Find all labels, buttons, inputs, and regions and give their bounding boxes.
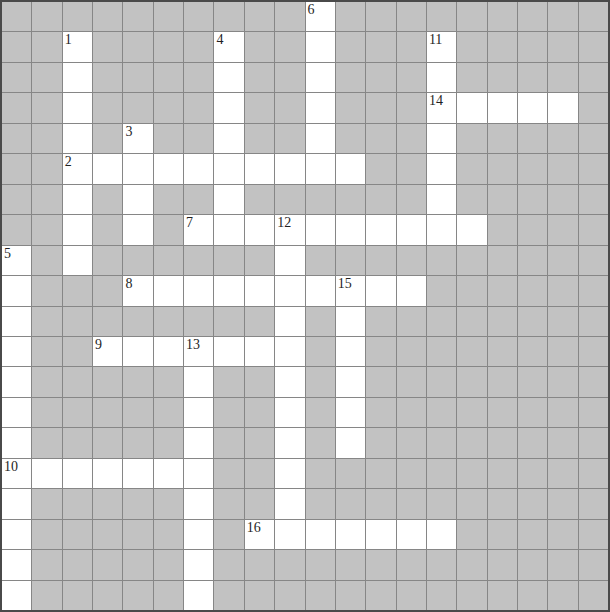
block-cell [427, 246, 456, 275]
letter-cell[interactable] [214, 276, 243, 305]
block-cell [245, 398, 274, 427]
letter-cell[interactable] [366, 215, 395, 244]
letter-cell[interactable] [63, 185, 92, 214]
letter-cell[interactable] [123, 337, 152, 366]
block-cell [214, 246, 243, 275]
block-cell [32, 367, 61, 396]
letter-cell[interactable]: 3 [123, 124, 152, 153]
letter-cell[interactable] [336, 428, 365, 457]
letter-cell[interactable]: 8 [123, 276, 152, 305]
letter-cell[interactable]: 12 [275, 215, 304, 244]
block-cell [2, 32, 31, 61]
block-cell [63, 307, 92, 336]
block-cell [63, 581, 92, 610]
block-cell [366, 489, 395, 518]
block-cell [93, 520, 122, 549]
letter-cell[interactable] [32, 459, 61, 488]
block-cell [32, 185, 61, 214]
block-cell [275, 550, 304, 579]
block-cell [2, 93, 31, 122]
letter-cell[interactable] [306, 63, 335, 92]
letter-cell[interactable] [123, 154, 152, 183]
block-cell [518, 276, 547, 305]
block-cell [366, 398, 395, 427]
letter-cell[interactable] [63, 459, 92, 488]
clue-number: 3 [125, 124, 132, 140]
block-cell [457, 489, 486, 518]
block-cell [2, 63, 31, 92]
block-cell [397, 124, 426, 153]
letter-cell[interactable] [63, 63, 92, 92]
block-cell [518, 459, 547, 488]
block-cell [214, 489, 243, 518]
block-cell [488, 581, 517, 610]
block-cell [366, 2, 395, 31]
letter-cell[interactable]: 2 [63, 154, 92, 183]
letter-cell[interactable] [306, 93, 335, 122]
block-cell [518, 32, 547, 61]
letter-cell[interactable] [518, 93, 547, 122]
letter-cell[interactable]: 15 [336, 276, 365, 305]
letter-cell[interactable] [306, 154, 335, 183]
letter-cell[interactable] [2, 489, 31, 518]
letter-cell[interactable] [2, 428, 31, 457]
clue-number: 14 [429, 93, 443, 109]
letter-cell[interactable]: 10 [2, 459, 31, 488]
block-cell [518, 2, 547, 31]
block-cell [457, 32, 486, 61]
block-cell [397, 398, 426, 427]
block-cell [518, 124, 547, 153]
letter-cell[interactable] [275, 398, 304, 427]
block-cell [245, 459, 274, 488]
block-cell [32, 489, 61, 518]
block-cell [306, 398, 335, 427]
letter-cell[interactable] [93, 154, 122, 183]
block-cell [397, 489, 426, 518]
letter-cell[interactable] [275, 489, 304, 518]
letter-cell[interactable] [366, 276, 395, 305]
block-cell [32, 93, 61, 122]
letter-cell[interactable] [275, 520, 304, 549]
block-cell [397, 581, 426, 610]
letter-cell[interactable] [2, 276, 31, 305]
block-cell [63, 337, 92, 366]
block-cell [336, 581, 365, 610]
letter-cell[interactable] [397, 520, 426, 549]
block-cell [427, 428, 456, 457]
block-cell [366, 550, 395, 579]
block-cell [306, 337, 335, 366]
block-cell [2, 185, 31, 214]
letter-cell[interactable] [427, 154, 456, 183]
crossword-grid: 61411143271258159131016 [0, 0, 610, 612]
letter-cell[interactable]: 16 [245, 520, 274, 549]
block-cell [245, 428, 274, 457]
block-cell [397, 550, 426, 579]
letter-cell[interactable]: 14 [427, 93, 456, 122]
clue-number: 5 [4, 246, 11, 262]
block-cell [427, 276, 456, 305]
letter-cell[interactable]: 11 [427, 32, 456, 61]
letter-cell[interactable] [214, 185, 243, 214]
block-cell [548, 489, 577, 518]
letter-cell[interactable] [366, 520, 395, 549]
block-cell [275, 32, 304, 61]
letter-cell[interactable] [184, 154, 213, 183]
block-cell [184, 246, 213, 275]
letter-cell[interactable] [427, 520, 456, 549]
block-cell [123, 581, 152, 610]
block-cell [579, 367, 608, 396]
block-cell [32, 520, 61, 549]
letter-cell[interactable] [63, 215, 92, 244]
letter-cell[interactable] [427, 215, 456, 244]
block-cell [457, 185, 486, 214]
letter-cell[interactable] [397, 215, 426, 244]
block-cell [518, 428, 547, 457]
letter-cell[interactable] [245, 154, 274, 183]
block-cell [548, 185, 577, 214]
block-cell [548, 337, 577, 366]
clue-number: 2 [65, 154, 72, 170]
letter-cell[interactable] [2, 398, 31, 427]
block-cell [457, 246, 486, 275]
letter-cell[interactable]: 6 [306, 2, 335, 31]
letter-cell[interactable] [275, 428, 304, 457]
block-cell [518, 398, 547, 427]
letter-cell[interactable] [63, 246, 92, 275]
block-cell [427, 367, 456, 396]
block-cell [579, 428, 608, 457]
letter-cell[interactable] [336, 307, 365, 336]
letter-cell[interactable] [245, 276, 274, 305]
block-cell [518, 337, 547, 366]
letter-cell[interactable] [427, 124, 456, 153]
block-cell [366, 93, 395, 122]
block-cell [579, 63, 608, 92]
block-cell [488, 550, 517, 579]
block-cell [93, 489, 122, 518]
block-cell [488, 2, 517, 31]
block-cell [245, 2, 274, 31]
block-cell [275, 185, 304, 214]
letter-cell[interactable] [2, 581, 31, 610]
block-cell [488, 489, 517, 518]
letter-cell[interactable] [214, 124, 243, 153]
letter-cell[interactable] [2, 337, 31, 366]
block-cell [488, 428, 517, 457]
letter-cell[interactable] [184, 428, 213, 457]
letter-cell[interactable] [306, 215, 335, 244]
block-cell [275, 63, 304, 92]
block-cell [275, 2, 304, 31]
block-cell [154, 581, 183, 610]
block-cell [306, 307, 335, 336]
letter-cell[interactable] [457, 93, 486, 122]
block-cell [32, 215, 61, 244]
clue-number: 15 [338, 276, 352, 292]
block-cell [579, 2, 608, 31]
block-cell [2, 154, 31, 183]
block-cell [123, 93, 152, 122]
block-cell [397, 428, 426, 457]
block-cell [93, 246, 122, 275]
block-cell [306, 428, 335, 457]
block-cell [397, 93, 426, 122]
letter-cell[interactable] [184, 367, 213, 396]
letter-cell[interactable] [123, 215, 152, 244]
block-cell [488, 276, 517, 305]
block-cell [154, 215, 183, 244]
block-cell [154, 185, 183, 214]
block-cell [457, 520, 486, 549]
block-cell [457, 2, 486, 31]
block-cell [63, 489, 92, 518]
letter-cell[interactable] [63, 93, 92, 122]
block-cell [518, 215, 547, 244]
block-cell [93, 124, 122, 153]
block-cell [336, 124, 365, 153]
clue-number: 1 [65, 32, 72, 48]
block-cell [32, 337, 61, 366]
letter-cell[interactable] [214, 337, 243, 366]
letter-cell[interactable] [275, 459, 304, 488]
clue-number: 4 [216, 32, 223, 48]
block-cell [397, 154, 426, 183]
clue-number: 10 [4, 459, 18, 475]
block-cell [306, 459, 335, 488]
letter-cell[interactable] [123, 185, 152, 214]
letter-cell[interactable] [154, 154, 183, 183]
block-cell [32, 124, 61, 153]
block-cell [123, 246, 152, 275]
block-cell [518, 63, 547, 92]
block-cell [366, 367, 395, 396]
letter-cell[interactable] [184, 550, 213, 579]
letter-cell[interactable] [275, 154, 304, 183]
letter-cell[interactable] [275, 246, 304, 275]
block-cell [93, 276, 122, 305]
block-cell [548, 246, 577, 275]
block-cell [366, 337, 395, 366]
letter-cell[interactable] [488, 93, 517, 122]
block-cell [93, 215, 122, 244]
block-cell [336, 32, 365, 61]
block-cell [154, 367, 183, 396]
letter-cell[interactable] [306, 32, 335, 61]
block-cell [154, 428, 183, 457]
letter-cell[interactable] [336, 337, 365, 366]
block-cell [32, 428, 61, 457]
letter-cell[interactable] [427, 185, 456, 214]
block-cell [32, 63, 61, 92]
letter-cell[interactable] [275, 307, 304, 336]
block-cell [245, 93, 274, 122]
letter-cell[interactable] [336, 215, 365, 244]
block-cell [2, 124, 31, 153]
block-cell [184, 185, 213, 214]
letter-cell[interactable]: 13 [184, 337, 213, 366]
clue-number: 11 [429, 32, 442, 48]
block-cell [93, 581, 122, 610]
letter-cell[interactable] [2, 520, 31, 549]
block-cell [184, 32, 213, 61]
block-cell [93, 93, 122, 122]
block-cell [457, 337, 486, 366]
letter-cell[interactable] [245, 215, 274, 244]
letter-cell[interactable] [63, 124, 92, 153]
block-cell [123, 2, 152, 31]
block-cell [488, 398, 517, 427]
block-cell [275, 93, 304, 122]
block-cell [154, 307, 183, 336]
block-cell [427, 581, 456, 610]
letter-cell[interactable]: 7 [184, 215, 213, 244]
letter-cell[interactable] [336, 154, 365, 183]
letter-cell[interactable] [306, 124, 335, 153]
block-cell [397, 63, 426, 92]
letter-cell[interactable] [184, 276, 213, 305]
letter-cell[interactable] [184, 520, 213, 549]
block-cell [579, 32, 608, 61]
block-cell [123, 428, 152, 457]
block-cell [214, 367, 243, 396]
block-cell [93, 428, 122, 457]
letter-cell[interactable] [184, 581, 213, 610]
block-cell [214, 2, 243, 31]
block-cell [63, 550, 92, 579]
block-cell [184, 124, 213, 153]
block-cell [457, 124, 486, 153]
block-cell [397, 337, 426, 366]
block-cell [579, 93, 608, 122]
block-cell [32, 2, 61, 31]
letter-cell[interactable] [336, 398, 365, 427]
block-cell [336, 246, 365, 275]
block-cell [397, 246, 426, 275]
letter-cell[interactable] [214, 215, 243, 244]
letter-cell[interactable] [275, 337, 304, 366]
letter-cell[interactable] [184, 459, 213, 488]
block-cell [32, 581, 61, 610]
block-cell [579, 459, 608, 488]
block-cell [93, 307, 122, 336]
block-cell [366, 63, 395, 92]
block-cell [548, 63, 577, 92]
letter-cell[interactable] [214, 93, 243, 122]
block-cell [548, 398, 577, 427]
block-cell [518, 520, 547, 549]
block-cell [214, 398, 243, 427]
letter-cell[interactable]: 1 [63, 32, 92, 61]
letter-cell[interactable] [275, 276, 304, 305]
letter-cell[interactable] [214, 63, 243, 92]
block-cell [154, 93, 183, 122]
letter-cell[interactable] [275, 367, 304, 396]
letter-cell[interactable] [214, 154, 243, 183]
block-cell [579, 520, 608, 549]
block-cell [488, 337, 517, 366]
block-cell [397, 2, 426, 31]
block-cell [32, 246, 61, 275]
block-cell [306, 185, 335, 214]
block-cell [488, 367, 517, 396]
block-cell [93, 398, 122, 427]
block-cell [2, 215, 31, 244]
block-cell [366, 459, 395, 488]
letter-cell[interactable] [93, 459, 122, 488]
clue-number: 8 [125, 276, 132, 292]
block-cell [488, 459, 517, 488]
letter-cell[interactable] [2, 550, 31, 579]
block-cell [579, 185, 608, 214]
letter-cell[interactable] [154, 337, 183, 366]
block-cell [397, 307, 426, 336]
block-cell [579, 124, 608, 153]
block-cell [488, 63, 517, 92]
letter-cell[interactable] [154, 459, 183, 488]
block-cell [366, 581, 395, 610]
block-cell [93, 185, 122, 214]
letter-cell[interactable] [457, 215, 486, 244]
block-cell [63, 520, 92, 549]
block-cell [245, 489, 274, 518]
block-cell [548, 307, 577, 336]
block-cell [488, 185, 517, 214]
letter-cell[interactable] [397, 276, 426, 305]
block-cell [123, 367, 152, 396]
block-cell [245, 185, 274, 214]
block-cell [397, 32, 426, 61]
block-cell [214, 550, 243, 579]
letter-cell[interactable] [548, 93, 577, 122]
block-cell [488, 215, 517, 244]
letter-cell[interactable] [427, 63, 456, 92]
block-cell [579, 489, 608, 518]
block-cell [366, 185, 395, 214]
letter-cell[interactable] [306, 276, 335, 305]
block-cell [63, 2, 92, 31]
letter-cell[interactable] [154, 276, 183, 305]
letter-cell[interactable] [306, 520, 335, 549]
block-cell [579, 307, 608, 336]
letter-cell[interactable] [184, 489, 213, 518]
letter-cell[interactable] [2, 307, 31, 336]
block-cell [245, 32, 274, 61]
letter-cell[interactable] [336, 520, 365, 549]
block-cell [154, 246, 183, 275]
block-cell [154, 520, 183, 549]
block-cell [214, 520, 243, 549]
letter-cell[interactable] [336, 367, 365, 396]
letter-cell[interactable]: 4 [214, 32, 243, 61]
block-cell [245, 550, 274, 579]
letter-cell[interactable]: 9 [93, 337, 122, 366]
block-cell [32, 276, 61, 305]
letter-cell[interactable]: 5 [2, 246, 31, 275]
block-cell [336, 93, 365, 122]
block-cell [154, 2, 183, 31]
letter-cell[interactable] [184, 398, 213, 427]
letter-cell[interactable] [245, 337, 274, 366]
block-cell [306, 246, 335, 275]
block-cell [579, 581, 608, 610]
block-cell [366, 124, 395, 153]
block-cell [548, 581, 577, 610]
letter-cell[interactable] [2, 367, 31, 396]
letter-cell[interactable] [123, 459, 152, 488]
